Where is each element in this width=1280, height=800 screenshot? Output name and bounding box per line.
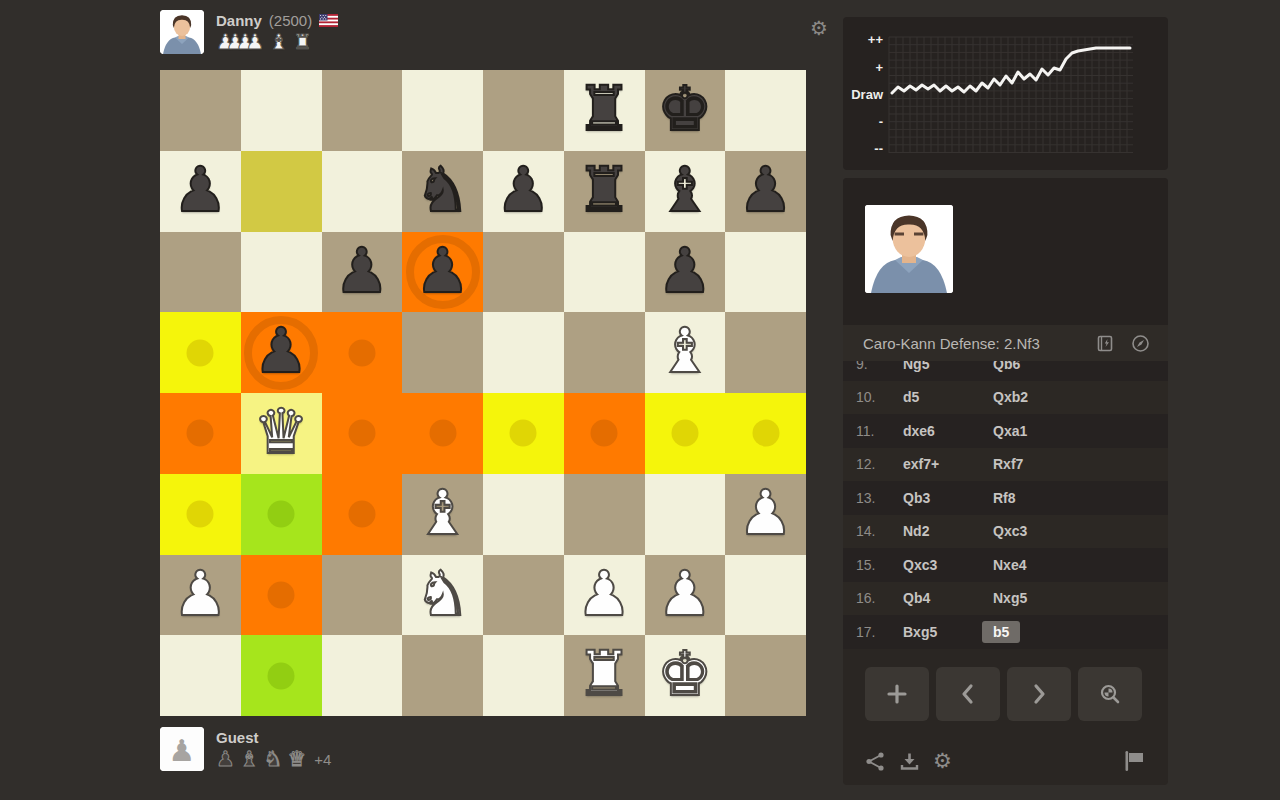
square-d4[interactable]: [402, 393, 483, 474]
opening-book-icon[interactable]: [1096, 334, 1115, 353]
square-b7[interactable]: [241, 151, 322, 232]
black-move[interactable]: Qxa1: [993, 423, 1027, 439]
black-move[interactable]: Rxf7: [993, 456, 1023, 472]
white-move[interactable]: d5: [903, 389, 993, 405]
square-a3[interactable]: [160, 474, 241, 555]
square-b6[interactable]: [241, 232, 322, 313]
white-bishop-g5[interactable]: ♝: [645, 312, 726, 393]
square-b3[interactable]: [241, 474, 322, 555]
square-d5[interactable]: [402, 312, 483, 393]
square-a1[interactable]: [160, 635, 241, 716]
square-h1[interactable]: [725, 635, 806, 716]
black-pawn-h7[interactable]: ♟: [725, 151, 806, 232]
move-number: 9.: [856, 361, 886, 372]
square-b4[interactable]: ♛: [241, 393, 322, 474]
square-g6[interactable]: ♟: [645, 232, 726, 313]
square-a6[interactable]: [160, 232, 241, 313]
chess-board[interactable]: ♜♚♟♞♟♜♝♟♟♟♟♟♝♛♝♟♟♞♟♟♜♚: [160, 70, 806, 716]
black-move[interactable]: Rf8: [993, 490, 1016, 506]
avatar[interactable]: ♟: [160, 727, 204, 771]
square-f5[interactable]: [564, 312, 645, 393]
move-hint-dot: [268, 662, 295, 689]
analysis-zoom-button[interactable]: [1078, 667, 1142, 721]
material-advantage: +4: [314, 751, 331, 768]
move-row-15: 15.Qxc3Nxe4: [843, 548, 1168, 582]
opening-name[interactable]: Caro-Kann Defense: 2.Nf3: [863, 335, 1096, 352]
move-hint-dot: [752, 420, 779, 447]
us-flag-icon: [319, 14, 338, 27]
white-queen-b4[interactable]: ♛: [241, 393, 322, 474]
square-e3[interactable]: [483, 474, 564, 555]
black-bishop-g7[interactable]: ♝: [645, 151, 726, 232]
next-move-button[interactable]: [1007, 667, 1071, 721]
square-c4[interactable]: [322, 393, 403, 474]
square-g4[interactable]: [645, 393, 726, 474]
evaluation-graph-panel[interactable]: ++ + Draw - --: [843, 17, 1168, 170]
move-row-11: 11.dxe6Qxa1: [843, 414, 1168, 448]
top-player-rating: (2500): [269, 12, 312, 29]
square-e7[interactable]: ♟: [483, 151, 564, 232]
square-g1[interactable]: ♚: [645, 635, 726, 716]
black-king-g8[interactable]: ♚: [645, 70, 726, 151]
game-sidebar: Caro-Kann Defense: 2.Nf3 9.Ng5Qb610.d5Qx…: [843, 178, 1168, 785]
explorer-compass-icon[interactable]: [1131, 334, 1150, 353]
square-g8[interactable]: ♚: [645, 70, 726, 151]
move-row-14: 14.Nd2Qxc3: [843, 515, 1168, 549]
black-pawn-g6[interactable]: ♟: [645, 232, 726, 313]
move-hint-dot: [429, 420, 456, 447]
move-hint-dot: [348, 501, 375, 528]
square-a2[interactable]: ♟: [160, 555, 241, 636]
captured-white-piece: ♟: [245, 31, 264, 53]
move-row-12: 12.exf7+Rxf7: [843, 448, 1168, 482]
top-player-name[interactable]: Danny: [216, 12, 262, 29]
move-hint-dot: [348, 339, 375, 366]
white-move[interactable]: Bxg5: [903, 624, 993, 640]
add-move-button[interactable]: [865, 667, 929, 721]
move-hint-dot: [268, 501, 295, 528]
square-f8[interactable]: ♜: [564, 70, 645, 151]
square-b8[interactable]: [241, 70, 322, 151]
square-e2[interactable]: [483, 555, 564, 636]
square-c6[interactable]: ♟: [322, 232, 403, 313]
square-e6[interactable]: [483, 232, 564, 313]
square-b2[interactable]: [241, 555, 322, 636]
top-captured-pieces: ♟♟♟♟♝♜: [216, 31, 338, 53]
square-a7[interactable]: ♟: [160, 151, 241, 232]
square-c8[interactable]: [322, 70, 403, 151]
black-pawn-e7[interactable]: ♟: [483, 151, 564, 232]
square-c7[interactable]: [322, 151, 403, 232]
black-pawn-a7[interactable]: ♟: [160, 151, 241, 232]
square-d6[interactable]: ♟: [402, 232, 483, 313]
move-hint-dot: [268, 581, 295, 608]
captured-white-piece: ♝: [269, 31, 288, 53]
move-row-17: 17.Bxg5b5: [843, 615, 1168, 649]
white-move[interactable]: Qxc3: [903, 557, 993, 573]
sidebar-avatar-section: [843, 178, 1168, 325]
square-g7[interactable]: ♝: [645, 151, 726, 232]
square-h8[interactable]: [725, 70, 806, 151]
white-king-g1[interactable]: ♚: [645, 635, 726, 716]
move-list[interactable]: 9.Ng5Qb610.d5Qxb211.dxe6Qxa112.exf7+Rxf7…: [843, 361, 1168, 653]
square-a8[interactable]: [160, 70, 241, 151]
move-hint-dot: [671, 420, 698, 447]
square-c5[interactable]: [322, 312, 403, 393]
move-number: 14.: [856, 523, 886, 539]
move-hint-dot: [510, 420, 537, 447]
white-move[interactable]: Qb3: [903, 490, 993, 506]
move-navigation: [865, 667, 1168, 721]
white-pawn-h3[interactable]: ♟: [725, 474, 806, 555]
black-pawn-b5[interactable]: ♟: [241, 312, 322, 393]
move-number: 10.: [856, 389, 886, 405]
move-number: 15.: [856, 557, 886, 573]
sidebar-avatar-image: [865, 205, 953, 293]
black-pawn-c6[interactable]: ♟: [322, 232, 403, 313]
white-move[interactable]: exf7+: [903, 456, 993, 472]
black-move[interactable]: Nxg5: [993, 590, 1027, 606]
move-hint-dot: [187, 501, 214, 528]
white-knight-d2[interactable]: ♞: [402, 555, 483, 636]
square-d3[interactable]: ♝: [402, 474, 483, 555]
settings-gear-icon[interactable]: ⚙: [933, 749, 952, 773]
square-c2[interactable]: [322, 555, 403, 636]
captured-black-piece: ♞: [264, 748, 283, 770]
sidebar-avatar[interactable]: [865, 205, 953, 293]
black-move[interactable]: Nxe4: [993, 557, 1026, 573]
guest-avatar-image: ♟: [160, 727, 204, 771]
square-f4[interactable]: [564, 393, 645, 474]
download-icon[interactable]: [899, 751, 920, 772]
avatar[interactable]: [160, 10, 204, 54]
square-h4[interactable]: [725, 393, 806, 474]
black-rook-f8[interactable]: ♜: [564, 70, 645, 151]
bottom-captured-pieces: ♟♝♞♛+4: [216, 748, 331, 770]
white-pawn-g2[interactable]: ♟: [645, 555, 726, 636]
danny-avatar-image: [160, 10, 204, 54]
captured-black-piece: ♟: [216, 748, 235, 770]
black-move[interactable]: Qxb2: [993, 389, 1028, 405]
move-number: 17.: [856, 624, 886, 640]
move-hint-dot: [591, 420, 618, 447]
black-move[interactable]: Qb6: [993, 361, 1020, 372]
white-pawn-a2[interactable]: ♟: [160, 555, 241, 636]
move-number: 11.: [856, 423, 886, 439]
move-hint-dot: [348, 420, 375, 447]
move-number: 16.: [856, 590, 886, 606]
square-c1[interactable]: [322, 635, 403, 716]
square-h7[interactable]: ♟: [725, 151, 806, 232]
bottom-player-bar: ♟ Guest ♟♝♞♛+4: [160, 727, 331, 771]
square-f6[interactable]: [564, 232, 645, 313]
square-b1[interactable]: [241, 635, 322, 716]
black-move[interactable]: Qxc3: [993, 523, 1027, 539]
black-pawn-d6[interactable]: ♟: [402, 232, 483, 313]
square-f7[interactable]: ♜: [564, 151, 645, 232]
previous-move-button[interactable]: [936, 667, 1000, 721]
captured-black-piece: ♛: [287, 748, 306, 770]
square-f1[interactable]: ♜: [564, 635, 645, 716]
square-d7[interactable]: ♞: [402, 151, 483, 232]
square-f2[interactable]: ♟: [564, 555, 645, 636]
move-row-13: 13.Qb3Rf8: [843, 481, 1168, 515]
white-move[interactable]: Ng5: [903, 361, 993, 372]
square-d1[interactable]: [402, 635, 483, 716]
white-move[interactable]: Nd2: [903, 523, 993, 539]
move-hint-dot: [187, 339, 214, 366]
white-move[interactable]: Qb4: [903, 590, 993, 606]
black-knight-d7[interactable]: ♞: [402, 151, 483, 232]
square-a4[interactable]: [160, 393, 241, 474]
square-e1[interactable]: [483, 635, 564, 716]
move-number: 13.: [856, 490, 886, 506]
square-e4[interactable]: [483, 393, 564, 474]
square-h5[interactable]: [725, 312, 806, 393]
opening-row: Caro-Kann Defense: 2.Nf3: [843, 325, 1168, 361]
square-f3[interactable]: [564, 474, 645, 555]
square-d8[interactable]: [402, 70, 483, 151]
captured-black-piece: ♝: [240, 748, 259, 770]
move-number: 12.: [856, 456, 886, 472]
square-e5[interactable]: [483, 312, 564, 393]
board-settings-gear-icon[interactable]: ⚙: [810, 16, 828, 40]
square-g5[interactable]: ♝: [645, 312, 726, 393]
bottom-player-name[interactable]: Guest: [216, 729, 259, 746]
move-hint-dot: [187, 420, 214, 447]
move-row-10: 10.d5Qxb2: [843, 381, 1168, 415]
square-e8[interactable]: [483, 70, 564, 151]
svg-text:♟: ♟: [169, 733, 196, 768]
move-row-9: 9.Ng5Qb6: [843, 361, 1168, 381]
white-bishop-d3[interactable]: ♝: [402, 474, 483, 555]
captured-white-piece: ♜: [293, 31, 312, 53]
evaluation-line-chart: [843, 17, 1168, 170]
square-d2[interactable]: ♞: [402, 555, 483, 636]
square-h2[interactable]: [725, 555, 806, 636]
square-g2[interactable]: ♟: [645, 555, 726, 636]
white-move[interactable]: dxe6: [903, 423, 993, 439]
top-player-bar: Danny (2500) ♟♟♟♟♝♜: [160, 10, 338, 54]
black-move[interactable]: b5: [993, 624, 1020, 640]
square-g3[interactable]: [645, 474, 726, 555]
share-icon[interactable]: [865, 751, 886, 772]
square-a5[interactable]: [160, 312, 241, 393]
square-b5[interactable]: ♟: [241, 312, 322, 393]
square-c3[interactable]: [322, 474, 403, 555]
white-rook-f1[interactable]: ♜: [564, 635, 645, 716]
square-h6[interactable]: [725, 232, 806, 313]
black-rook-f7[interactable]: ♜: [564, 151, 645, 232]
square-h3[interactable]: ♟: [725, 474, 806, 555]
white-pawn-f2[interactable]: ♟: [564, 555, 645, 636]
selected-move[interactable]: b5: [982, 621, 1020, 643]
move-row-16: 16.Qb4Nxg5: [843, 582, 1168, 616]
resign-flag-icon[interactable]: [1120, 750, 1146, 772]
